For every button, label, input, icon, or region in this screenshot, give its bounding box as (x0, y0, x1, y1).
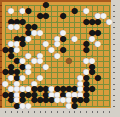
coordinate-tick (69, 111, 70, 113)
coordinate-tick (51, 111, 52, 113)
black-stone[interactable]: ● (71, 103, 77, 109)
coordinate-tick (113, 33, 115, 34)
coordinate-tick (113, 11, 115, 12)
white-stone[interactable]: ● (14, 47, 20, 53)
coordinate-tick (40, 111, 41, 113)
white-stone[interactable]: ● (42, 64, 48, 70)
black-stone[interactable]: ● (25, 8, 31, 14)
coordinate-tick (0, 27, 2, 28)
coordinate-tick (103, 111, 104, 113)
coordinate-tick (0, 72, 2, 73)
coordinate-tick (113, 95, 115, 96)
coordinate-tick (113, 44, 115, 45)
go-board[interactable]: ●●●●●●●●●●●●●●●●●●●●●●●●●●●●●●●●●●●●●●●●… (2, 2, 111, 108)
coordinate-tick (86, 111, 87, 113)
coordinate-tick (113, 89, 115, 90)
coordinate-tick (113, 16, 115, 17)
coordinate-tick (0, 22, 2, 23)
coordinate-tick (0, 84, 2, 85)
coordinate-tick (113, 27, 115, 28)
white-stone[interactable]: ● (25, 36, 31, 42)
coordinate-tick (113, 106, 115, 107)
coordinate-tick (0, 95, 2, 96)
white-stone[interactable]: ● (71, 36, 77, 42)
black-stone[interactable]: ● (94, 75, 100, 81)
coordinate-tick (0, 39, 2, 40)
marked-brown-stone[interactable]: ● (66, 58, 72, 64)
coordinate-tick (113, 61, 115, 62)
coordinate-tick (11, 111, 12, 113)
coordinate-tick (113, 72, 115, 73)
coordinate-tick (97, 111, 98, 113)
black-stone[interactable]: ● (71, 8, 77, 14)
white-stone[interactable]: ● (83, 8, 89, 14)
coordinate-tick (28, 111, 29, 113)
coordinate-tick (5, 111, 6, 113)
black-stone[interactable]: ● (19, 41, 25, 47)
coordinate-tick (0, 67, 2, 68)
coordinate-tick (113, 67, 115, 68)
coordinate-tick (0, 78, 2, 79)
coordinate-tick (74, 111, 75, 113)
go-app-window: ●●●●●●●●●●●●●●●●●●●●●●●●●●●●●●●●●●●●●●●●… (0, 0, 120, 117)
coordinate-tick (113, 5, 115, 6)
black-stone[interactable]: ● (83, 97, 89, 103)
coordinate-tick (0, 16, 2, 17)
coordinate-tick (0, 89, 2, 90)
hoshi-star-point (56, 21, 58, 23)
coordinate-tick (0, 50, 2, 51)
white-stone[interactable]: ● (37, 30, 43, 36)
black-stone[interactable]: ● (42, 13, 48, 19)
white-stone[interactable]: ● (106, 19, 112, 25)
white-stone[interactable]: ● (54, 53, 60, 59)
coordinate-tick (113, 78, 115, 79)
black-stone[interactable]: ● (60, 13, 66, 19)
coordinate-tick (92, 111, 93, 113)
coordinate-tick (113, 39, 115, 40)
coordinate-tick (0, 11, 2, 12)
white-stone[interactable]: ● (25, 103, 31, 109)
coordinate-tick (0, 61, 2, 62)
coordinate-tick (0, 5, 2, 6)
black-stone[interactable]: ● (42, 2, 48, 8)
coordinate-tick (57, 111, 58, 113)
white-stone[interactable]: ● (19, 75, 25, 81)
coordinate-tick (0, 100, 2, 101)
coordinate-tick (17, 111, 18, 113)
white-stone[interactable]: ● (8, 8, 14, 14)
white-stone[interactable]: ● (25, 69, 31, 75)
coordinate-tick (113, 50, 115, 51)
coordinate-tick (80, 111, 81, 113)
coordinate-tick (113, 22, 115, 23)
coordinate-tick (109, 111, 110, 113)
coordinate-tick (0, 44, 2, 45)
black-stone[interactable]: ● (94, 19, 100, 25)
coordinate-tick (0, 106, 2, 107)
coordinate-tick (113, 100, 115, 101)
coordinate-tick (45, 111, 46, 113)
coordinate-tick (63, 111, 64, 113)
coordinate-tick (0, 56, 2, 57)
coordinate-tick (0, 33, 2, 34)
coordinate-tick (113, 56, 115, 57)
white-stone[interactable]: ● (14, 24, 20, 30)
coordinate-tick (113, 84, 115, 85)
black-stone[interactable]: ● (94, 30, 100, 36)
grid-line-vertical (103, 5, 104, 107)
white-stone[interactable]: ● (94, 41, 100, 47)
coordinate-tick (22, 111, 23, 113)
black-stone[interactable]: ● (83, 47, 89, 53)
coordinate-tick (34, 111, 35, 113)
